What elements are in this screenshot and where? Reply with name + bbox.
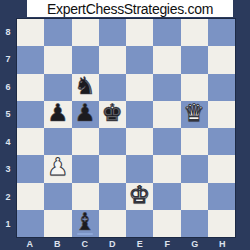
square-c6[interactable]: ♞: [72, 74, 99, 101]
square-f8[interactable]: [153, 19, 180, 46]
square-c2[interactable]: [72, 183, 99, 210]
file-label-a: A: [16, 237, 44, 250]
square-a3[interactable]: [17, 155, 44, 182]
square-h1[interactable]: [208, 210, 235, 237]
square-f3[interactable]: [153, 155, 180, 182]
square-e2[interactable]: ♚: [126, 183, 153, 210]
square-g3[interactable]: [181, 155, 208, 182]
square-c1[interactable]: ♝: [72, 210, 99, 237]
piece-black-bishop: ♝: [74, 209, 96, 236]
square-g1[interactable]: [181, 210, 208, 237]
piece-watermark: [77, 233, 93, 235]
site-title: ExpertChessStrategies.com: [27, 0, 233, 17]
square-d4[interactable]: [99, 128, 126, 155]
square-b1[interactable]: [44, 210, 71, 237]
square-d1[interactable]: [99, 210, 126, 237]
piece-black-king: ♚: [102, 100, 124, 127]
square-b8[interactable]: [44, 19, 71, 46]
square-d7[interactable]: [99, 46, 126, 73]
square-b5[interactable]: ♟: [44, 101, 71, 128]
rank-label-8: 8: [0, 18, 16, 46]
piece-white-king: ♚: [129, 182, 151, 209]
square-e4[interactable]: [126, 128, 153, 155]
rank-label-2: 2: [0, 183, 16, 211]
file-label-c: C: [71, 237, 99, 250]
square-f1[interactable]: [153, 210, 180, 237]
rank-label-4: 4: [0, 128, 16, 156]
rank-label-1: 1: [0, 211, 16, 239]
square-h7[interactable]: [208, 46, 235, 73]
square-h3[interactable]: [208, 155, 235, 182]
square-f5[interactable]: [153, 101, 180, 128]
piece-white-queen: ♛: [183, 100, 205, 127]
square-a8[interactable]: [17, 19, 44, 46]
square-e6[interactable]: [126, 74, 153, 101]
square-e1[interactable]: [126, 210, 153, 237]
square-g2[interactable]: [181, 183, 208, 210]
square-d8[interactable]: [99, 19, 126, 46]
file-label-h: H: [209, 237, 237, 250]
square-g6[interactable]: [181, 74, 208, 101]
square-f2[interactable]: [153, 183, 180, 210]
file-labels: ABCDEFGH: [16, 237, 236, 250]
square-b7[interactable]: [44, 46, 71, 73]
square-g5[interactable]: ♛: [181, 101, 208, 128]
file-label-d: D: [99, 237, 127, 250]
square-e7[interactable]: [126, 46, 153, 73]
square-a5[interactable]: [17, 101, 44, 128]
square-c4[interactable]: [72, 128, 99, 155]
square-c5[interactable]: ♟: [72, 101, 99, 128]
chess-diagram: ExpertChessStrategies.com ♞♟♟♚♛♟♚♝ 87654…: [0, 0, 250, 250]
square-g7[interactable]: [181, 46, 208, 73]
piece-white-pawn: ♟: [47, 154, 69, 181]
file-label-b: B: [44, 237, 72, 250]
rank-label-6: 6: [0, 73, 16, 101]
square-f4[interactable]: [153, 128, 180, 155]
square-f6[interactable]: [153, 74, 180, 101]
square-h5[interactable]: [208, 101, 235, 128]
square-b6[interactable]: [44, 74, 71, 101]
square-c8[interactable]: [72, 19, 99, 46]
square-g4[interactable]: [181, 128, 208, 155]
file-label-f: F: [154, 237, 182, 250]
square-e5[interactable]: [126, 101, 153, 128]
square-b3[interactable]: ♟: [44, 155, 71, 182]
board: ♞♟♟♚♛♟♚♝: [16, 18, 236, 238]
rank-label-3: 3: [0, 156, 16, 184]
square-e8[interactable]: [126, 19, 153, 46]
square-a2[interactable]: [17, 183, 44, 210]
rank-label-7: 7: [0, 46, 16, 74]
square-d3[interactable]: [99, 155, 126, 182]
square-d6[interactable]: [99, 74, 126, 101]
square-f7[interactable]: [153, 46, 180, 73]
square-h4[interactable]: [208, 128, 235, 155]
square-d5[interactable]: ♚: [99, 101, 126, 128]
rank-label-5: 5: [0, 101, 16, 129]
piece-black-knight: ♞: [74, 73, 96, 100]
square-c3[interactable]: [72, 155, 99, 182]
square-d2[interactable]: [99, 183, 126, 210]
piece-black-pawn: ♟: [47, 100, 69, 127]
square-h2[interactable]: [208, 183, 235, 210]
square-b2[interactable]: [44, 183, 71, 210]
file-label-e: E: [126, 237, 154, 250]
square-h8[interactable]: [208, 19, 235, 46]
square-b4[interactable]: [44, 128, 71, 155]
square-e3[interactable]: [126, 155, 153, 182]
square-g8[interactable]: [181, 19, 208, 46]
square-a4[interactable]: [17, 128, 44, 155]
square-a1[interactable]: [17, 210, 44, 237]
square-c7[interactable]: [72, 46, 99, 73]
square-a6[interactable]: [17, 74, 44, 101]
square-a7[interactable]: [17, 46, 44, 73]
square-h6[interactable]: [208, 74, 235, 101]
rank-labels: 87654321: [0, 18, 16, 238]
piece-black-pawn: ♟: [74, 100, 96, 127]
file-label-g: G: [181, 237, 209, 250]
